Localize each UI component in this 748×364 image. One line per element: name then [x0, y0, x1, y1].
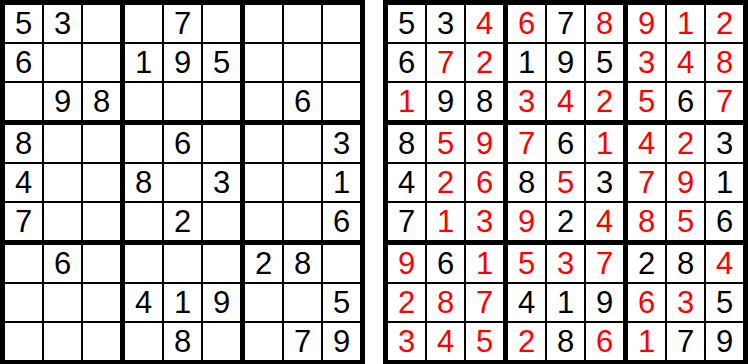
solution-cell-r1c4: 6 [508, 5, 545, 42]
solution-cell-r8c7: 6 [628, 284, 665, 321]
puzzle-cell-r9c8: 7 [284, 323, 321, 360]
puzzle-cell-r2c2 [44, 44, 81, 81]
solution-cell-r7c4: 5 [508, 245, 545, 282]
solution-cell-r9c4: 2 [508, 323, 545, 360]
solution-cell-r9c1: 3 [388, 323, 425, 360]
puzzle-cell-r9c9: 9 [323, 323, 360, 360]
puzzle-cell-r6c1: 7 [5, 203, 42, 240]
solution-cell-r7c3: 1 [466, 245, 503, 282]
puzzle-cell-r4c4 [125, 125, 162, 162]
puzzle-cell-r8c8 [284, 284, 321, 321]
solution-cell-r6c2: 1 [427, 203, 464, 240]
puzzle-cell-r1c9 [323, 5, 360, 42]
puzzle-cell-r9c3 [83, 323, 120, 360]
solution-cell-r7c9: 4 [706, 245, 743, 282]
puzzle-cell-r5c7 [245, 164, 282, 201]
puzzle-cell-r5c1: 4 [5, 164, 42, 201]
solution-cell-r6c9: 6 [706, 203, 743, 240]
puzzle-cell-r9c2 [44, 323, 81, 360]
solution-cell-r8c6: 9 [586, 284, 623, 321]
solution-cell-r6c5: 2 [547, 203, 584, 240]
puzzle-cell-r6c7 [245, 203, 282, 240]
solution-cell-r9c6: 6 [586, 323, 623, 360]
solution-cell-r5c8: 9 [667, 164, 704, 201]
solution-cell-r2c2: 7 [427, 44, 464, 81]
solution-cell-r5c2: 2 [427, 164, 464, 201]
solution-cell-r9c7: 1 [628, 323, 665, 360]
puzzle-cell-r1c1: 5 [5, 5, 42, 42]
puzzle-cell-r6c9: 6 [323, 203, 360, 240]
puzzle-cell-r6c3 [83, 203, 120, 240]
solution-cell-r7c1: 9 [388, 245, 425, 282]
solution-cell-r8c5: 1 [547, 284, 584, 321]
solution-cell-r6c4: 9 [508, 203, 545, 240]
puzzle-cell-r7c6 [203, 245, 240, 282]
solution-cell-r2c9: 8 [706, 44, 743, 81]
puzzle-cell-r2c9 [323, 44, 360, 81]
puzzle-cell-r8c3 [83, 284, 120, 321]
puzzle-cell-r8c7 [245, 284, 282, 321]
solution-cell-r3c3: 8 [466, 83, 503, 120]
puzzle-cell-r1c7 [245, 5, 282, 42]
solution-cell-r6c6: 4 [586, 203, 623, 240]
solution-cell-r1c7: 9 [628, 5, 665, 42]
puzzle-cell-r7c5 [164, 245, 201, 282]
solution-cell-r6c7: 8 [628, 203, 665, 240]
puzzle-board: 537619598686348317266284195879 [0, 0, 365, 364]
solution-cell-r1c1: 5 [388, 5, 425, 42]
solution-cell-r4c3: 9 [466, 125, 503, 162]
solution-cell-r5c7: 7 [628, 164, 665, 201]
puzzle-cell-r6c5: 2 [164, 203, 201, 240]
puzzle-cell-r8c6: 9 [203, 284, 240, 321]
puzzle-cell-r3c5 [164, 83, 201, 120]
solution-cell-r9c3: 5 [466, 323, 503, 360]
solution-cell-r5c4: 8 [508, 164, 545, 201]
puzzle-cell-r7c9 [323, 245, 360, 282]
puzzle-cell-r9c4 [125, 323, 162, 360]
solution-cell-r9c8: 7 [667, 323, 704, 360]
puzzle-cell-r9c7 [245, 323, 282, 360]
puzzle-cell-r3c1 [5, 83, 42, 120]
puzzle-cell-r7c2: 6 [44, 245, 81, 282]
solution-cell-r5c1: 4 [388, 164, 425, 201]
solution-cell-r6c1: 7 [388, 203, 425, 240]
puzzle-cell-r2c6: 5 [203, 44, 240, 81]
solution-cell-r6c8: 5 [667, 203, 704, 240]
puzzle-cell-r4c7 [245, 125, 282, 162]
puzzle-cell-r6c8 [284, 203, 321, 240]
puzzle-cell-r3c3: 8 [83, 83, 120, 120]
puzzle-cell-r2c8 [284, 44, 321, 81]
solution-cell-r1c9: 2 [706, 5, 743, 42]
puzzle-cell-r5c4: 8 [125, 164, 162, 201]
puzzle-cell-r7c3 [83, 245, 120, 282]
puzzle-cell-r6c6 [203, 203, 240, 240]
puzzle-cell-r4c9: 3 [323, 125, 360, 162]
solution-cell-r2c1: 6 [388, 44, 425, 81]
solution-cell-r3c2: 9 [427, 83, 464, 120]
solution-cell-r5c6: 3 [586, 164, 623, 201]
puzzle-cell-r8c4: 4 [125, 284, 162, 321]
solution-cell-r1c8: 1 [667, 5, 704, 42]
puzzle-cell-r7c1 [5, 245, 42, 282]
solution-cell-r7c7: 2 [628, 245, 665, 282]
puzzle-cell-r4c5: 6 [164, 125, 201, 162]
puzzle-cell-r7c7: 2 [245, 245, 282, 282]
solution-cell-r2c6: 5 [586, 44, 623, 81]
solution-cell-r8c4: 4 [508, 284, 545, 321]
puzzle-cell-r8c5: 1 [164, 284, 201, 321]
solution-cell-r2c8: 4 [667, 44, 704, 81]
puzzle-cell-r1c2: 3 [44, 5, 81, 42]
solution-cell-r5c9: 1 [706, 164, 743, 201]
puzzle-cell-r8c9: 5 [323, 284, 360, 321]
puzzle-cell-r9c5: 8 [164, 323, 201, 360]
puzzle-cell-r3c6 [203, 83, 240, 120]
solution-cell-r4c5: 6 [547, 125, 584, 162]
solution-cell-r4c4: 7 [508, 125, 545, 162]
puzzle-cell-r6c4 [125, 203, 162, 240]
solution-cell-r6c3: 3 [466, 203, 503, 240]
puzzle-cell-r3c2: 9 [44, 83, 81, 120]
puzzle-cell-r1c5: 7 [164, 5, 201, 42]
solution-cell-r1c5: 7 [547, 5, 584, 42]
solution-cell-r2c3: 2 [466, 44, 503, 81]
puzzle-cell-r4c3 [83, 125, 120, 162]
puzzle-cell-r5c3 [83, 164, 120, 201]
puzzle-cell-r5c6: 3 [203, 164, 240, 201]
solution-cell-r1c2: 3 [427, 5, 464, 42]
puzzle-cell-r5c8 [284, 164, 321, 201]
puzzle-cell-r2c1: 6 [5, 44, 42, 81]
puzzle-cell-r2c3 [83, 44, 120, 81]
puzzle-cell-r7c8: 8 [284, 245, 321, 282]
puzzle-cell-r3c8: 6 [284, 83, 321, 120]
puzzle-cell-r4c2 [44, 125, 81, 162]
solution-cell-r9c5: 8 [547, 323, 584, 360]
puzzle-cell-r1c3 [83, 5, 120, 42]
puzzle-cell-r3c7 [245, 83, 282, 120]
solution-cell-r3c8: 6 [667, 83, 704, 120]
puzzle-cell-r2c5: 9 [164, 44, 201, 81]
solution-cell-r3c6: 2 [586, 83, 623, 120]
puzzle-cell-r4c8 [284, 125, 321, 162]
solution-cell-r4c6: 1 [586, 125, 623, 162]
solution-cell-r8c9: 5 [706, 284, 743, 321]
puzzle-cell-r7c4 [125, 245, 162, 282]
solution-cell-r2c7: 3 [628, 44, 665, 81]
puzzle-cell-r2c4: 1 [125, 44, 162, 81]
solution-cell-r1c3: 4 [466, 5, 503, 42]
puzzle-cell-r6c2 [44, 203, 81, 240]
puzzle-cell-r5c2 [44, 164, 81, 201]
solution-cell-r4c2: 5 [427, 125, 464, 162]
solution-cell-r7c2: 6 [427, 245, 464, 282]
solution-cell-r4c8: 2 [667, 125, 704, 162]
solution-cell-r5c3: 6 [466, 164, 503, 201]
solution-cell-r3c7: 5 [628, 83, 665, 120]
puzzle-cell-r5c5 [164, 164, 201, 201]
puzzle-cell-r9c1 [5, 323, 42, 360]
puzzle-cell-r1c6 [203, 5, 240, 42]
solution-cell-r4c1: 8 [388, 125, 425, 162]
puzzle-cell-r5c9: 1 [323, 164, 360, 201]
puzzle-cell-r1c8 [284, 5, 321, 42]
solution-board: 5346789126721953481983425678597614234268… [383, 0, 748, 364]
solution-cell-r7c5: 3 [547, 245, 584, 282]
solution-cell-r1c6: 8 [586, 5, 623, 42]
puzzle-cell-r2c7 [245, 44, 282, 81]
puzzle-cell-r1c4 [125, 5, 162, 42]
solution-cell-r8c8: 3 [667, 284, 704, 321]
solution-cell-r3c5: 4 [547, 83, 584, 120]
puzzle-cell-r8c1 [5, 284, 42, 321]
solution-cell-r3c1: 1 [388, 83, 425, 120]
solution-cell-r5c5: 5 [547, 164, 584, 201]
solution-cell-r8c3: 7 [466, 284, 503, 321]
solution-cell-r8c1: 2 [388, 284, 425, 321]
puzzle-cell-r4c6 [203, 125, 240, 162]
puzzle-cell-r4c1: 8 [5, 125, 42, 162]
solution-cell-r9c9: 9 [706, 323, 743, 360]
puzzle-cell-r3c4 [125, 83, 162, 120]
solution-cell-r3c9: 7 [706, 83, 743, 120]
solution-cell-r8c2: 8 [427, 284, 464, 321]
solution-cell-r2c5: 9 [547, 44, 584, 81]
solution-cell-r4c7: 4 [628, 125, 665, 162]
solution-cell-r3c4: 3 [508, 83, 545, 120]
puzzle-cell-r9c6 [203, 323, 240, 360]
solution-cell-r9c2: 4 [427, 323, 464, 360]
solution-cell-r2c4: 1 [508, 44, 545, 81]
puzzle-cell-r3c9 [323, 83, 360, 120]
solution-cell-r7c6: 7 [586, 245, 623, 282]
solution-cell-r4c9: 3 [706, 125, 743, 162]
solution-cell-r7c8: 8 [667, 245, 704, 282]
puzzle-cell-r8c2 [44, 284, 81, 321]
